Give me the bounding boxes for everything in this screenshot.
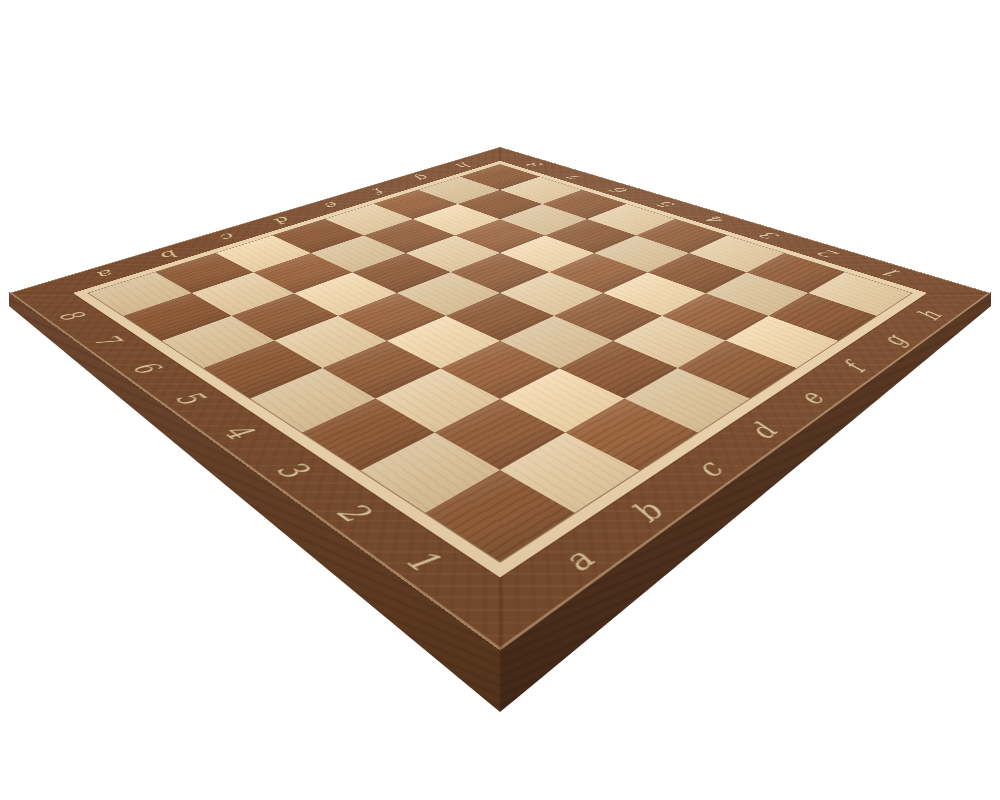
file-label-d-near: d: [740, 420, 782, 442]
file-label-b-near: b: [622, 498, 668, 526]
rank-label-8-near: 8: [55, 308, 90, 322]
file-label-e-far: e: [321, 200, 345, 209]
rank-label-4-near: 4: [218, 420, 260, 442]
rank-label-4-far: 4: [705, 215, 731, 225]
file-label-a-near: a: [552, 544, 600, 575]
rank-label-5-far: 5: [655, 200, 680, 209]
file-label-g-far: g: [411, 173, 435, 181]
file-label-d-far: d: [270, 215, 296, 225]
file-label-h-near: h: [910, 308, 945, 322]
playing-field: [88, 164, 911, 561]
rank-label-8-far: 8: [525, 161, 548, 168]
chessboard: 8877665544332211hhggffeeddccbbaa: [9, 147, 990, 651]
rank-label-2-near: 2: [331, 498, 377, 525]
file-label-c-far: c: [216, 231, 241, 241]
file-label-g-near: g: [874, 332, 911, 348]
rank-label-7-near: 7: [90, 332, 127, 348]
file-label-f-far: f: [370, 187, 390, 194]
rank-label-7-far: 7: [565, 173, 589, 181]
product-photo-scene: 8877665544332211hhggffeeddccbbaa: [0, 0, 1000, 800]
rank-label-5-near: 5: [171, 388, 211, 407]
file-label-a-far: a: [94, 267, 121, 279]
file-label-h-far: h: [452, 161, 475, 168]
rank-label-1-far: 1: [879, 267, 907, 279]
rank-label-1-near: 1: [399, 544, 448, 575]
rank-label-3-near: 3: [271, 457, 315, 481]
rank-label-6-near: 6: [128, 358, 166, 375]
rank-label-3-far: 3: [758, 231, 784, 241]
file-label-e-near: e: [789, 388, 828, 407]
rank-label-2-far: 2: [816, 248, 843, 259]
file-label-b-far: b: [157, 248, 184, 259]
rank-label-6-far: 6: [609, 186, 633, 194]
file-label-c-near: c: [685, 457, 727, 480]
file-label-f-near: f: [836, 360, 870, 375]
